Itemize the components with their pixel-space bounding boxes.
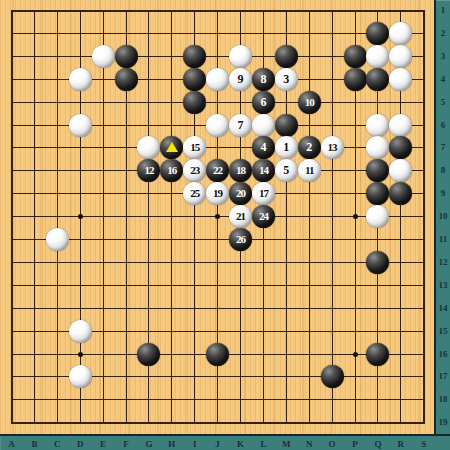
move-number-label: 1 [283, 136, 289, 159]
white-stone-Q6 [366, 114, 389, 137]
star-point [78, 352, 83, 357]
white-stone-N8: 11 [298, 159, 321, 182]
black-stone-R7 [389, 136, 412, 159]
go-board[interactable]: 9836107154121312162322181451125192017212… [0, 0, 450, 450]
white-stone-Q10 [366, 205, 389, 228]
row-label-3: 3 [436, 51, 450, 62]
grid-line [423, 10, 425, 424]
move-number-label: 12 [144, 159, 153, 182]
row-label-17: 17 [436, 371, 450, 382]
black-stone-Q2 [366, 22, 389, 45]
black-stone-L10: 24 [252, 205, 275, 228]
column-label-N: N [302, 439, 316, 450]
black-stone-P4 [344, 68, 367, 91]
row-label-9: 9 [436, 188, 450, 199]
move-number-label: 15 [190, 136, 199, 159]
black-stone-G16 [137, 343, 160, 366]
column-label-K: K [234, 439, 248, 450]
black-stone-I4 [183, 68, 206, 91]
white-stone-L6 [252, 114, 275, 137]
column-label-L: L [256, 439, 270, 450]
white-stone-K4: 9 [229, 68, 252, 91]
star-point [215, 214, 220, 219]
black-stone-F4 [115, 68, 138, 91]
black-stone-H7 [160, 136, 183, 159]
white-stone-R4 [389, 68, 412, 91]
row-label-8: 8 [436, 165, 450, 176]
row-label-12: 12 [436, 257, 450, 268]
row-label-4: 4 [436, 74, 450, 85]
grid-line [332, 10, 333, 424]
move-number-label: 17 [259, 182, 268, 205]
white-stone-L9: 17 [252, 182, 275, 205]
white-stone-I9: 25 [183, 182, 206, 205]
white-stone-R6 [389, 114, 412, 137]
white-stone-D6 [69, 114, 92, 137]
row-label-7: 7 [436, 142, 450, 153]
move-number-label: 3 [283, 68, 289, 91]
move-number-label: 5 [283, 159, 289, 182]
row-label-15: 15 [436, 326, 450, 337]
column-label-G: G [142, 439, 156, 450]
move-number-label: 26 [236, 228, 245, 251]
move-number-label: 14 [259, 159, 268, 182]
column-label-R: R [394, 439, 408, 450]
row-label-19: 19 [436, 417, 450, 428]
black-stone-Q8 [366, 159, 389, 182]
star-point [353, 352, 358, 357]
black-stone-L5: 6 [252, 91, 275, 114]
white-stone-C11 [46, 228, 69, 251]
black-stone-R9 [389, 182, 412, 205]
column-label-J: J [211, 439, 225, 450]
row-label-14: 14 [436, 303, 450, 314]
move-number-label: 21 [236, 205, 245, 228]
column-label-O: O [325, 439, 339, 450]
move-number-label: 9 [238, 68, 244, 91]
row-label-6: 6 [436, 120, 450, 131]
column-label-S: S [417, 439, 431, 450]
move-number-label: 2 [306, 136, 312, 159]
grid-line [11, 262, 425, 263]
black-stone-N7: 2 [298, 136, 321, 159]
column-label-F: F [119, 439, 133, 450]
column-label-C: C [50, 439, 64, 450]
move-number-label: 19 [213, 182, 222, 205]
star-point [78, 214, 83, 219]
row-label-2: 2 [436, 28, 450, 39]
move-number-label: 4 [260, 136, 266, 159]
black-stone-G8: 12 [137, 159, 160, 182]
column-label-Q: Q [371, 439, 385, 450]
black-stone-L8: 14 [252, 159, 275, 182]
move-number-label: 25 [190, 182, 199, 205]
white-stone-M4: 3 [275, 68, 298, 91]
move-number-label: 11 [305, 159, 313, 182]
white-stone-R8 [389, 159, 412, 182]
white-stone-I7: 15 [183, 136, 206, 159]
column-label-D: D [73, 439, 87, 450]
column-label-P: P [348, 439, 362, 450]
column-label-B: B [27, 439, 41, 450]
black-stone-M6 [275, 114, 298, 137]
row-label-1: 1 [436, 5, 450, 16]
black-stone-K9: 20 [229, 182, 252, 205]
row-label-16: 16 [436, 349, 450, 360]
black-stone-Q9 [366, 182, 389, 205]
row-label-13: 13 [436, 280, 450, 291]
black-stone-K11: 26 [229, 228, 252, 251]
white-stone-K10: 21 [229, 205, 252, 228]
move-number-label: 10 [305, 91, 314, 114]
column-label-M: M [279, 439, 293, 450]
black-stone-M3 [275, 45, 298, 68]
white-stone-K3 [229, 45, 252, 68]
black-stone-L7: 4 [252, 136, 275, 159]
white-stone-D17 [69, 365, 92, 388]
white-stone-I8: 23 [183, 159, 206, 182]
white-stone-O7: 13 [321, 136, 344, 159]
white-stone-J6 [206, 114, 229, 137]
column-label-E: E [96, 439, 110, 450]
black-stone-F3 [115, 45, 138, 68]
black-stone-Q12 [366, 251, 389, 274]
grid-line [11, 308, 425, 309]
move-number-label: 6 [260, 91, 266, 114]
star-point [353, 214, 358, 219]
white-stone-E3 [92, 45, 115, 68]
move-number-label: 22 [213, 159, 222, 182]
move-number-label: 23 [190, 159, 199, 182]
row-label-11: 11 [436, 234, 450, 245]
grid-line [11, 285, 425, 286]
white-stone-R2 [389, 22, 412, 45]
black-stone-L4: 8 [252, 68, 275, 91]
triangle-marker-icon [166, 142, 178, 152]
white-stone-M8: 5 [275, 159, 298, 182]
white-stone-M7: 1 [275, 136, 298, 159]
black-stone-O17 [321, 365, 344, 388]
white-stone-D4 [69, 68, 92, 91]
grid-line [11, 399, 425, 400]
black-stone-J8: 22 [206, 159, 229, 182]
column-label-I: I [188, 439, 202, 450]
black-stone-K8: 18 [229, 159, 252, 182]
move-number-label: 18 [236, 159, 245, 182]
column-label-A: A [5, 439, 19, 450]
white-stone-K6: 7 [229, 114, 252, 137]
go-board-frame: 9836107154121312162322181451125192017212… [0, 0, 450, 450]
move-number-label: 20 [236, 182, 245, 205]
move-number-label: 13 [328, 136, 337, 159]
white-stone-D15 [69, 320, 92, 343]
black-stone-N5: 10 [298, 91, 321, 114]
move-number-label: 24 [259, 205, 268, 228]
move-number-label: 7 [238, 114, 244, 137]
black-stone-Q4 [366, 68, 389, 91]
move-number-label: 8 [260, 68, 266, 91]
row-label-5: 5 [436, 97, 450, 108]
move-number-label: 16 [167, 159, 176, 182]
row-label-18: 18 [436, 394, 450, 405]
grid-line [309, 10, 310, 424]
black-stone-H8: 16 [160, 159, 183, 182]
white-stone-J4 [206, 68, 229, 91]
black-stone-I5 [183, 91, 206, 114]
black-stone-Q16 [366, 343, 389, 366]
black-stone-I3 [183, 45, 206, 68]
white-stone-G7 [137, 136, 160, 159]
black-stone-J16 [206, 343, 229, 366]
grid-line [11, 422, 425, 424]
white-stone-Q7 [366, 136, 389, 159]
row-label-10: 10 [436, 211, 450, 222]
black-stone-P3 [344, 45, 367, 68]
grid-line [11, 239, 425, 240]
white-stone-R3 [389, 45, 412, 68]
column-label-H: H [165, 439, 179, 450]
white-stone-J9: 19 [206, 182, 229, 205]
white-stone-Q3 [366, 45, 389, 68]
row-coordinate-strip [434, 0, 450, 450]
